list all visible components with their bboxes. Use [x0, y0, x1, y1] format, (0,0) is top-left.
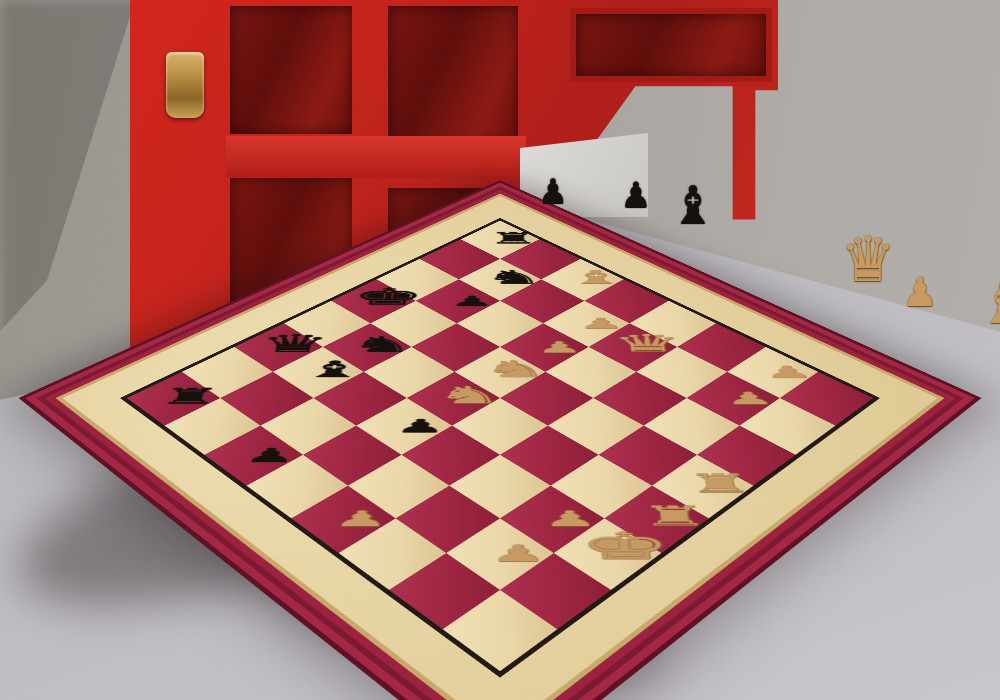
square-c2[interactable]: ♟	[500, 486, 604, 553]
square-a6[interactable]: ♟	[204, 426, 303, 486]
cabinet-crossbar	[226, 136, 526, 178]
black-queen-c8[interactable]: ♛	[256, 331, 332, 355]
cabinet-window-pane	[230, 6, 352, 134]
white-pawn-h2[interactable]: ♟	[762, 364, 814, 381]
square-e2[interactable]	[599, 426, 698, 486]
square-a4[interactable]: ♟	[291, 486, 395, 553]
brass-hinge-icon	[166, 52, 204, 118]
square-c1[interactable]: ♚	[554, 518, 662, 590]
square-b2[interactable]: ♟	[446, 518, 554, 590]
white-pawn-g2[interactable]: ♟	[723, 390, 776, 408]
captured-white-bishop[interactable]: ♝	[978, 274, 1000, 332]
white-queen-g4[interactable]: ♛	[611, 331, 685, 355]
square-d4[interactable]	[452, 398, 548, 455]
black-rook-a8[interactable]: ♜	[156, 385, 223, 407]
captured-white-queen[interactable]: ♛	[840, 229, 896, 291]
square-c5[interactable]: ♟	[356, 398, 452, 455]
square-a5[interactable]	[247, 455, 348, 519]
captured-white-pawn[interactable]: ♟	[902, 272, 938, 312]
square-d3[interactable]	[500, 426, 599, 486]
captured-black-bishop[interactable]: ♝	[670, 179, 717, 231]
white-rook-e1[interactable]: ♜	[684, 471, 755, 497]
black-knight-g7[interactable]: ♞	[484, 268, 544, 287]
square-d2[interactable]	[551, 455, 652, 519]
square-c4[interactable]	[401, 426, 500, 486]
square-c3[interactable]	[449, 455, 550, 519]
square-e1[interactable]: ♜	[652, 455, 753, 519]
black-pawn-c5[interactable]: ♟	[394, 417, 445, 435]
square-a3[interactable]	[339, 518, 447, 590]
white-pawn-f5[interactable]: ♟	[536, 339, 583, 355]
black-knight-d7[interactable]: ♞	[349, 333, 416, 355]
square-b6[interactable]	[260, 398, 356, 455]
square-b4[interactable]	[348, 455, 449, 519]
square-b3[interactable]	[396, 486, 500, 553]
captured-black-pawn[interactable]: ♟	[538, 174, 568, 208]
square-f2[interactable]	[644, 398, 740, 455]
cabinet-window-pane	[388, 6, 518, 146]
square-a2[interactable]	[389, 553, 500, 629]
white-pawn-a4[interactable]: ♟	[332, 508, 389, 530]
square-b1[interactable]	[500, 553, 611, 629]
square-f1[interactable]	[697, 426, 796, 486]
white-knight-d5[interactable]: ♞	[435, 383, 503, 407]
white-king-c1[interactable]: ♚	[578, 528, 674, 566]
white-knight-e5[interactable]: ♞	[482, 358, 549, 381]
black-rook-h8[interactable]: ♜	[488, 230, 540, 246]
captured-black-pawn[interactable]: ♟	[620, 178, 651, 213]
black-bishop-c7[interactable]: ♝	[300, 358, 368, 380]
square-b5[interactable]	[303, 426, 402, 486]
black-pawn-f7[interactable]: ♟	[450, 294, 494, 308]
square-d1[interactable]: ♜	[604, 486, 708, 553]
white-pawn-c2[interactable]: ♟	[542, 508, 598, 530]
white-pawn-b2[interactable]: ♟	[490, 542, 547, 565]
square-g1[interactable]	[740, 398, 836, 455]
black-pawn-a6[interactable]: ♟	[242, 446, 298, 466]
white-bishop-h6[interactable]: ♝	[566, 268, 626, 286]
black-king-e8[interactable]: ♚	[350, 285, 425, 308]
square-a7[interactable]	[165, 398, 261, 455]
cabinet-door-panel	[570, 8, 772, 82]
square-e3[interactable]	[548, 398, 644, 455]
white-rook-d1[interactable]: ♜	[638, 503, 710, 530]
scene: ♜♛♚♜♝♞♟♞♟♝♟♞♞♟♟♟♛♟♟♟♟♚♜♜ ♟♟♝♛♟♝	[0, 0, 1000, 700]
square-a1[interactable]	[443, 590, 558, 671]
